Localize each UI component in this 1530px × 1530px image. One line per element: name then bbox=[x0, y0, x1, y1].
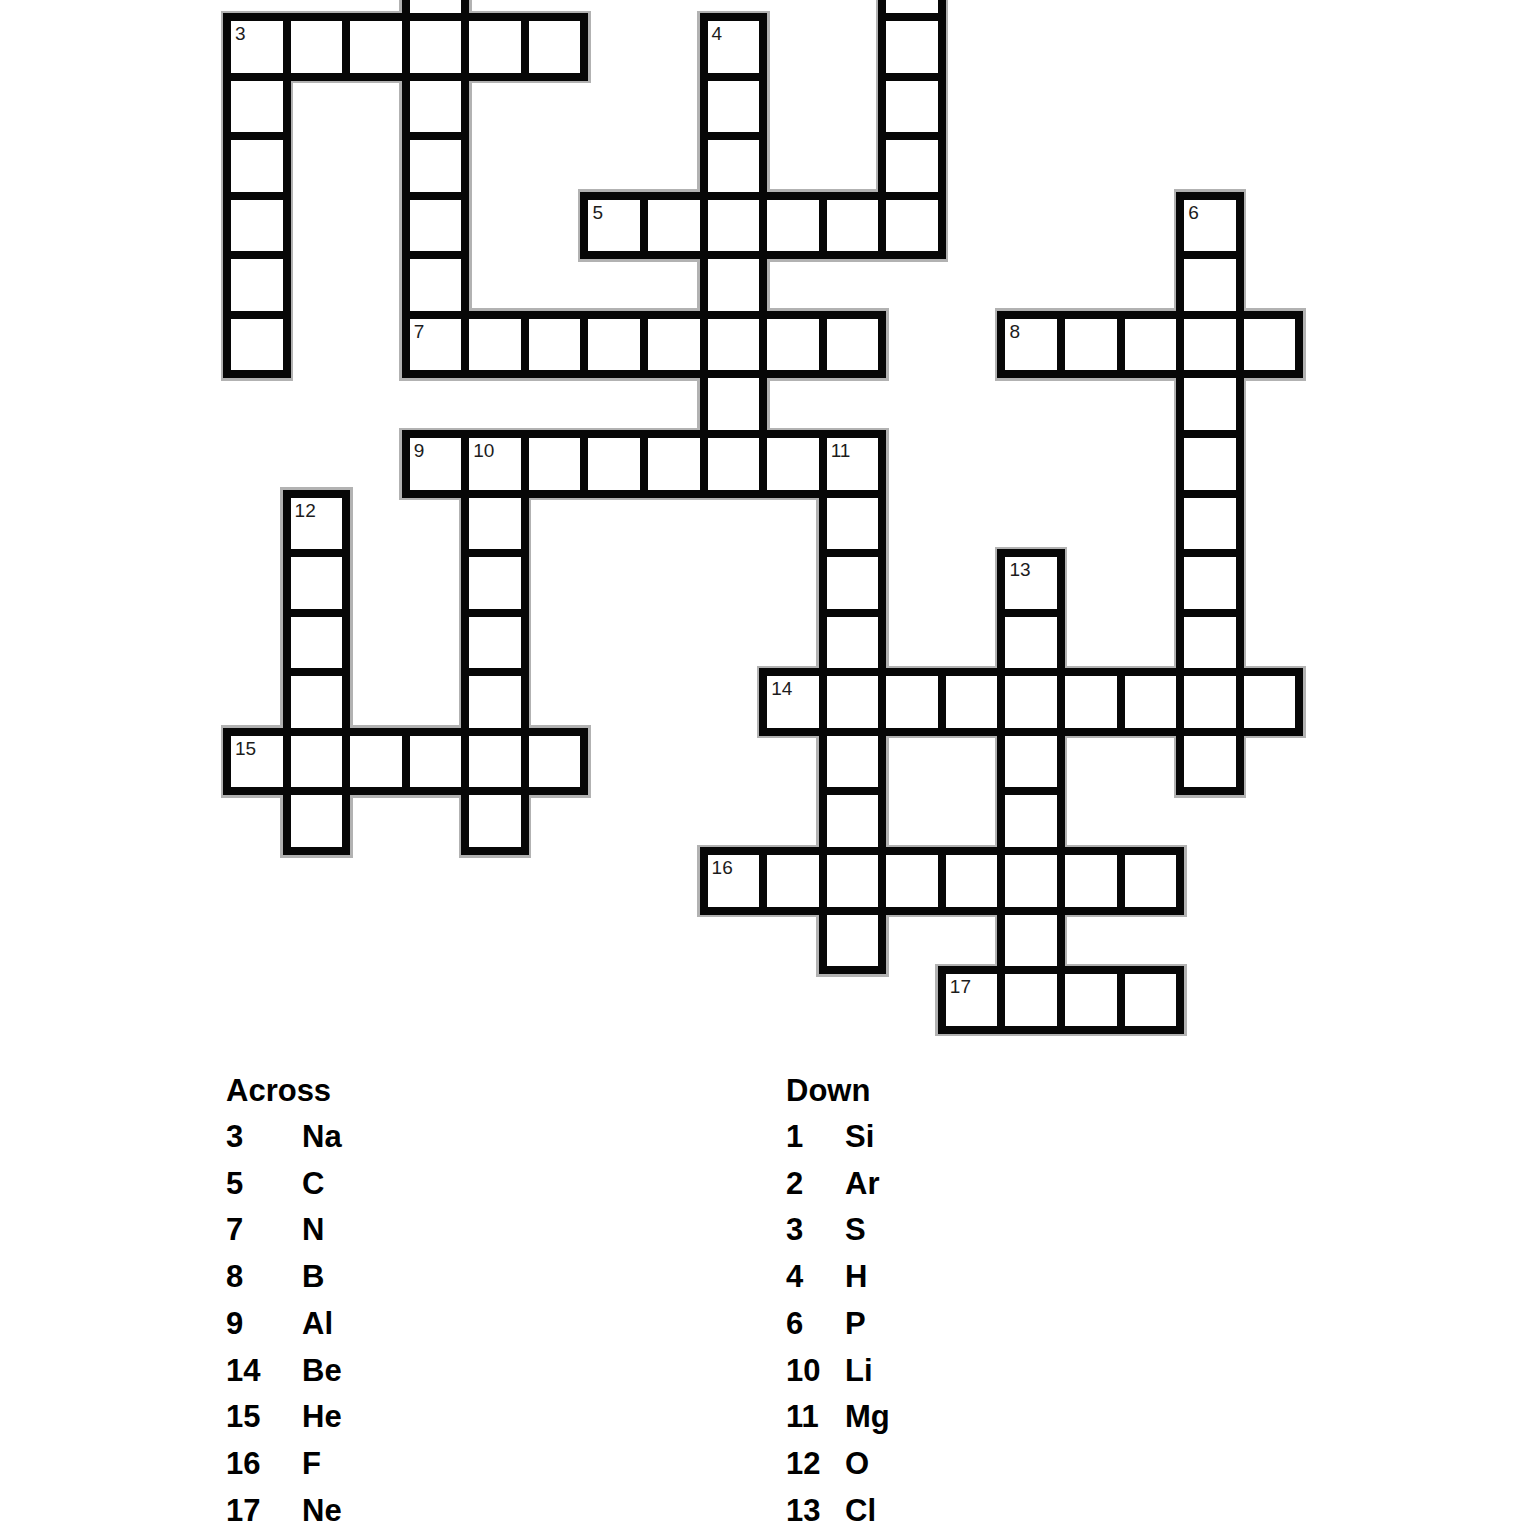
clue-text: Si bbox=[845, 1119, 874, 1154]
cell-number: 12 bbox=[295, 501, 316, 520]
grid-cell bbox=[997, 787, 1065, 855]
cell-number: 11 bbox=[831, 441, 851, 460]
grid-cell bbox=[521, 728, 589, 796]
clue-number: 12 bbox=[786, 1446, 845, 1482]
grid-cell bbox=[580, 311, 648, 379]
clue-text: Al bbox=[302, 1306, 333, 1341]
clue-number: 11 bbox=[786, 1399, 845, 1435]
grid-cell bbox=[700, 847, 768, 915]
cell-number: 6 bbox=[1188, 203, 1199, 222]
grid-cell bbox=[997, 609, 1065, 677]
grid-cell bbox=[938, 668, 1006, 736]
grid-cell bbox=[819, 549, 887, 617]
grid-cell bbox=[461, 609, 529, 677]
grid-cell bbox=[700, 430, 768, 498]
grid-cell bbox=[878, 13, 946, 81]
grid-cell bbox=[283, 728, 351, 796]
clue-number: 7 bbox=[226, 1212, 302, 1248]
clue-item: 7N bbox=[226, 1212, 324, 1248]
clue-number: 16 bbox=[226, 1446, 302, 1482]
clue-text: Be bbox=[302, 1353, 342, 1388]
grid-cell bbox=[878, 73, 946, 141]
grid-cell bbox=[283, 668, 351, 736]
clue-text: B bbox=[302, 1259, 324, 1294]
down-clues: Down 1Si2Ar3S4H6P10Li11Mg12O13Cl bbox=[786, 1073, 1216, 1109]
grid-cell bbox=[819, 311, 887, 379]
grid-cell bbox=[223, 192, 291, 260]
clue-item: 16F bbox=[226, 1446, 321, 1482]
clue-item: 4H bbox=[786, 1259, 867, 1295]
grid-cell bbox=[759, 847, 827, 915]
clue-item: 2Ar bbox=[786, 1166, 879, 1202]
grid-cell bbox=[1176, 311, 1244, 379]
grid-cell bbox=[759, 311, 827, 379]
grid-cell bbox=[997, 549, 1065, 617]
clue-item: 12O bbox=[786, 1446, 869, 1482]
grid-cell bbox=[1176, 370, 1244, 438]
grid-cell bbox=[402, 430, 470, 498]
cell-number: 15 bbox=[235, 739, 256, 758]
grid-cell bbox=[1057, 668, 1125, 736]
grid-cell bbox=[878, 192, 946, 260]
grid-cell bbox=[640, 192, 708, 260]
clue-number: 17 bbox=[226, 1493, 302, 1529]
grid-cell bbox=[1176, 251, 1244, 319]
grid-cell bbox=[580, 430, 648, 498]
clue-text: Cl bbox=[845, 1493, 876, 1528]
clue-text: C bbox=[302, 1166, 324, 1201]
clue-item: 8B bbox=[226, 1259, 324, 1295]
grid-cell bbox=[759, 668, 827, 736]
grid-cell bbox=[1176, 668, 1244, 736]
grid-cell bbox=[461, 549, 529, 617]
grid-cell bbox=[700, 13, 768, 81]
grid-cell bbox=[997, 966, 1065, 1034]
clue-number: 13 bbox=[786, 1493, 845, 1529]
grid-cell bbox=[223, 251, 291, 319]
grid-cell bbox=[402, 311, 470, 379]
grid-cell bbox=[461, 490, 529, 558]
cell-number: 10 bbox=[473, 441, 494, 460]
across-header: Across bbox=[226, 1073, 656, 1109]
crossword-grid: 1234567891011121314151617 bbox=[0, 0, 1530, 1045]
grid-cell bbox=[223, 728, 291, 796]
clue-text: H bbox=[845, 1259, 867, 1294]
clue-number: 8 bbox=[226, 1259, 302, 1295]
grid-cell bbox=[461, 668, 529, 736]
clue-item: 10Li bbox=[786, 1353, 873, 1389]
grid-cell bbox=[819, 787, 887, 855]
clue-text: Li bbox=[845, 1353, 873, 1388]
clue-item: 9Al bbox=[226, 1306, 333, 1342]
clue-number: 10 bbox=[786, 1353, 845, 1389]
cell-number: 13 bbox=[1009, 560, 1030, 579]
clue-item: 14Be bbox=[226, 1353, 342, 1389]
cell-number: 3 bbox=[235, 24, 246, 43]
grid-cell bbox=[461, 430, 529, 498]
grid-cell bbox=[700, 311, 768, 379]
clue-item: 17Ne bbox=[226, 1493, 342, 1529]
clue-number: 5 bbox=[226, 1166, 302, 1202]
clue-number: 9 bbox=[226, 1306, 302, 1342]
grid-cell bbox=[1176, 192, 1244, 260]
clue-item: 3S bbox=[786, 1212, 866, 1248]
grid-cell bbox=[521, 430, 589, 498]
grid-cell bbox=[1117, 966, 1185, 1034]
grid-cell bbox=[819, 609, 887, 677]
grid-cell bbox=[640, 430, 708, 498]
grid-cell bbox=[402, 251, 470, 319]
cell-number: 17 bbox=[950, 977, 971, 996]
grid-cell bbox=[223, 73, 291, 141]
grid-cell bbox=[402, 73, 470, 141]
grid-cell bbox=[759, 192, 827, 260]
clue-item: 1Si bbox=[786, 1119, 874, 1155]
clue-text: F bbox=[302, 1446, 321, 1481]
grid-cell bbox=[700, 251, 768, 319]
grid-cell bbox=[700, 370, 768, 438]
down-header: Down bbox=[786, 1073, 1216, 1109]
clue-item: 13Cl bbox=[786, 1493, 876, 1529]
clue-number: 14 bbox=[226, 1353, 302, 1389]
grid-cell bbox=[938, 847, 1006, 915]
grid-cell bbox=[759, 430, 827, 498]
grid-cell bbox=[700, 132, 768, 200]
cell-number: 14 bbox=[771, 679, 792, 698]
grid-cell bbox=[1057, 966, 1125, 1034]
grid-cell bbox=[342, 728, 410, 796]
grid-cell bbox=[521, 311, 589, 379]
grid-cell bbox=[640, 311, 708, 379]
clue-text: O bbox=[845, 1446, 869, 1481]
grid-cell bbox=[1057, 847, 1125, 915]
grid-cell bbox=[997, 311, 1065, 379]
cell-number: 8 bbox=[1009, 322, 1020, 341]
clue-text: S bbox=[845, 1212, 866, 1247]
grid-cell bbox=[283, 609, 351, 677]
clue-number: 6 bbox=[786, 1306, 845, 1342]
clue-text: He bbox=[302, 1399, 342, 1434]
grid-cell bbox=[342, 13, 410, 81]
grid-cell bbox=[819, 192, 887, 260]
grid-cell bbox=[402, 728, 470, 796]
clue-item: 6P bbox=[786, 1306, 866, 1342]
grid-cell bbox=[1176, 490, 1244, 558]
clue-number: 2 bbox=[786, 1166, 845, 1202]
clue-item: 5C bbox=[226, 1166, 324, 1202]
grid-cell bbox=[938, 966, 1006, 1034]
grid-cell bbox=[819, 728, 887, 796]
grid-cell bbox=[819, 668, 887, 736]
clue-item: 15He bbox=[226, 1399, 342, 1435]
grid-cell bbox=[283, 490, 351, 558]
clue-text: N bbox=[302, 1212, 324, 1247]
cell-number: 7 bbox=[414, 322, 425, 341]
grid-cell bbox=[819, 847, 887, 915]
grid-cell bbox=[819, 430, 887, 498]
grid-cell bbox=[997, 728, 1065, 796]
grid-cell bbox=[223, 311, 291, 379]
clue-item: 11Mg bbox=[786, 1399, 890, 1435]
grid-cell bbox=[997, 668, 1065, 736]
grid-cell bbox=[700, 192, 768, 260]
cell-number: 16 bbox=[712, 858, 733, 877]
grid-cell bbox=[402, 13, 470, 81]
grid-cell bbox=[223, 132, 291, 200]
cell-number: 4 bbox=[712, 24, 723, 43]
grid-cell bbox=[283, 549, 351, 617]
grid-cell bbox=[283, 13, 351, 81]
grid-cell bbox=[1176, 728, 1244, 796]
clue-text: Na bbox=[302, 1119, 342, 1154]
grid-cell bbox=[1236, 311, 1304, 379]
grid-cell bbox=[521, 13, 589, 81]
grid-cell bbox=[1117, 668, 1185, 736]
grid-cell bbox=[402, 132, 470, 200]
clue-text: Ar bbox=[845, 1166, 879, 1201]
cell-number: 9 bbox=[414, 441, 425, 460]
grid-cell bbox=[1176, 430, 1244, 498]
grid-cell bbox=[461, 728, 529, 796]
grid-cell bbox=[283, 787, 351, 855]
grid-cell bbox=[1176, 609, 1244, 677]
across-clues: Across 3Na5C7N8B9Al14Be15He16F17Ne bbox=[226, 1073, 656, 1109]
clue-text: Mg bbox=[845, 1399, 890, 1434]
grid-cell bbox=[878, 132, 946, 200]
clue-text: P bbox=[845, 1306, 866, 1341]
grid-cell bbox=[223, 13, 291, 81]
clue-item: 3Na bbox=[226, 1119, 342, 1155]
clue-number: 3 bbox=[786, 1212, 845, 1248]
grid-cell bbox=[878, 847, 946, 915]
grid-cell bbox=[997, 907, 1065, 975]
grid-cell bbox=[1117, 847, 1185, 915]
grid-cell bbox=[461, 311, 529, 379]
clue-number: 1 bbox=[786, 1119, 845, 1155]
grid-cell bbox=[402, 192, 470, 260]
grid-cell bbox=[878, 668, 946, 736]
grid-cell bbox=[1176, 549, 1244, 617]
grid-cell bbox=[580, 192, 648, 260]
grid-cell bbox=[461, 13, 529, 81]
grid-cell bbox=[997, 847, 1065, 915]
cell-number: 5 bbox=[592, 203, 603, 222]
grid-cell bbox=[461, 787, 529, 855]
grid-cell bbox=[700, 73, 768, 141]
clue-number: 3 bbox=[226, 1119, 302, 1155]
clue-text: Ne bbox=[302, 1493, 342, 1528]
clue-number: 15 bbox=[226, 1399, 302, 1435]
grid-cell bbox=[1117, 311, 1185, 379]
grid-cell bbox=[819, 490, 887, 558]
grid-cell bbox=[1236, 668, 1304, 736]
clue-number: 4 bbox=[786, 1259, 845, 1295]
grid-cell bbox=[819, 907, 887, 975]
grid-cell bbox=[1057, 311, 1125, 379]
